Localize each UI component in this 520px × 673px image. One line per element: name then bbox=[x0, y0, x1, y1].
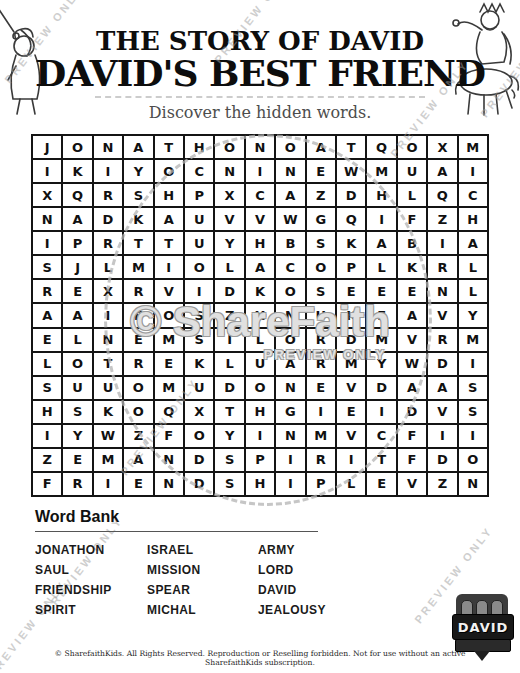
grid-cell: Z bbox=[32, 448, 62, 472]
grid-cell: V bbox=[427, 303, 457, 327]
word-bank-item: SPEAR bbox=[147, 580, 257, 600]
grid-cell: A bbox=[366, 231, 396, 255]
grid-cell: I bbox=[306, 400, 336, 424]
grid-cell: Y bbox=[214, 231, 244, 255]
grid-cell: R bbox=[306, 448, 336, 472]
grid-cell: Q bbox=[154, 400, 184, 424]
grid-cell: Z bbox=[214, 303, 244, 327]
grid-cell: I bbox=[93, 303, 123, 327]
grid-cell: N bbox=[245, 135, 275, 159]
grid-cell: R bbox=[123, 352, 153, 376]
grid-cell: X bbox=[32, 183, 62, 207]
grid-cell: V bbox=[427, 400, 457, 424]
grid-cell: I bbox=[427, 231, 457, 255]
grid-cell: Y bbox=[458, 303, 488, 327]
grid-cell: Y bbox=[214, 424, 244, 448]
grid-cell: L bbox=[93, 255, 123, 279]
grid-cell: L bbox=[336, 472, 366, 496]
badge-ribbon-tip bbox=[474, 651, 490, 661]
grid-cell: F bbox=[397, 424, 427, 448]
grid-cell: D bbox=[184, 448, 214, 472]
grid-cell: V bbox=[336, 376, 366, 400]
grid-cell: G bbox=[275, 400, 305, 424]
grid-cell: O bbox=[275, 279, 305, 303]
grid-cell: H bbox=[245, 231, 275, 255]
grid-cell: G bbox=[306, 207, 336, 231]
grid-cell: N bbox=[427, 279, 457, 303]
grid-cell: M bbox=[154, 328, 184, 352]
grid-cell: R bbox=[62, 472, 92, 496]
grid-cell: T bbox=[366, 448, 396, 472]
grid-cell: X bbox=[184, 400, 214, 424]
grid-cell: I bbox=[245, 424, 275, 448]
grid-cell: L bbox=[458, 255, 488, 279]
grid-cell: E bbox=[336, 279, 366, 303]
page-subtitle: Discover the hidden words. bbox=[0, 103, 520, 122]
grid-cell: A bbox=[62, 303, 92, 327]
grid-cell: S bbox=[32, 376, 62, 400]
grid-cell: M bbox=[458, 328, 488, 352]
grid-cell: Y bbox=[366, 352, 396, 376]
grid-cell: R bbox=[123, 279, 153, 303]
grid-cell: D bbox=[336, 183, 366, 207]
grid-cell: V bbox=[397, 472, 427, 496]
grid-cell: H bbox=[366, 183, 396, 207]
grid-cell: D bbox=[336, 328, 366, 352]
grid-cell: T bbox=[154, 135, 184, 159]
grid-cell: S bbox=[123, 183, 153, 207]
grid-cell: C bbox=[245, 183, 275, 207]
grid-cell: A bbox=[275, 183, 305, 207]
grid-cell: I bbox=[154, 255, 184, 279]
grid-cell: M bbox=[123, 255, 153, 279]
grid-cell: C bbox=[366, 424, 396, 448]
grid-cell: A bbox=[397, 303, 427, 327]
grid-cell: X bbox=[214, 183, 244, 207]
grid-cell: H bbox=[32, 400, 62, 424]
grid-cell: L bbox=[62, 328, 92, 352]
grid-cell: M bbox=[306, 424, 336, 448]
word-bank-heading: Word Bank bbox=[35, 508, 119, 526]
grid-cell: C bbox=[184, 159, 214, 183]
grid-cell: M bbox=[366, 159, 396, 183]
grid-cell: R bbox=[93, 231, 123, 255]
grid-cell: A bbox=[123, 448, 153, 472]
grid-cell: O bbox=[397, 135, 427, 159]
grid-cell: S bbox=[458, 376, 488, 400]
grid-cell: M bbox=[336, 352, 366, 376]
word-bank-rule bbox=[35, 531, 318, 532]
word-search-grid: JONATHONOATQOXMIKIYOCNINEWMUAIXQRSHPXCAZ… bbox=[31, 134, 489, 497]
grid-cell: I bbox=[458, 424, 488, 448]
grid-cell: V bbox=[154, 279, 184, 303]
grid-cell: X bbox=[427, 135, 457, 159]
grid-cell: S bbox=[62, 400, 92, 424]
badge-label: DAVID bbox=[458, 620, 509, 635]
grid-cell: Q bbox=[336, 207, 366, 231]
grid-cell: H bbox=[184, 135, 214, 159]
grid-cell: R bbox=[306, 352, 336, 376]
word-bank-item: FRIENDSHIP bbox=[35, 580, 145, 600]
grid-cell: X bbox=[245, 303, 275, 327]
grid-cell: N bbox=[93, 328, 123, 352]
grid-cell: V bbox=[336, 424, 366, 448]
grid-cell: K bbox=[93, 400, 123, 424]
grid-cell: P bbox=[336, 255, 366, 279]
grid-cell: I bbox=[458, 352, 488, 376]
dashed-divider bbox=[95, 96, 425, 98]
grid-cell: N bbox=[275, 303, 305, 327]
grid-cell: H bbox=[154, 183, 184, 207]
grid-cell: E bbox=[154, 352, 184, 376]
grid-cell: H bbox=[245, 472, 275, 496]
grid-cell: S bbox=[458, 400, 488, 424]
grid-cell: L bbox=[366, 255, 396, 279]
grid-cell: N bbox=[154, 472, 184, 496]
grid-cell: A bbox=[245, 255, 275, 279]
grid-cell: M bbox=[93, 448, 123, 472]
grid-cell: E bbox=[366, 279, 396, 303]
grid-cell: N bbox=[458, 472, 488, 496]
grid-cell: W bbox=[397, 352, 427, 376]
grid-cell: Q bbox=[62, 183, 92, 207]
grid-cell: B bbox=[275, 231, 305, 255]
grid-cell: X bbox=[93, 279, 123, 303]
grid-cell: N bbox=[214, 159, 244, 183]
grid-cell: V bbox=[214, 207, 244, 231]
grid-cell: R bbox=[32, 279, 62, 303]
grid-cell: P bbox=[184, 183, 214, 207]
grid-cell: O bbox=[245, 376, 275, 400]
grid-cell: C bbox=[458, 183, 488, 207]
grid-cell: A bbox=[427, 159, 457, 183]
grid-cell: V bbox=[245, 207, 275, 231]
grid-cell: E bbox=[123, 303, 153, 327]
grid-cell: L bbox=[32, 352, 62, 376]
grid-cell: O bbox=[123, 376, 153, 400]
word-bank-item: ISRAEL bbox=[147, 540, 257, 560]
grid-cell: T bbox=[214, 400, 244, 424]
grid-cell: E bbox=[397, 279, 427, 303]
grid-cell: K bbox=[184, 352, 214, 376]
grid-cell: W bbox=[93, 424, 123, 448]
grid-cell: A bbox=[458, 231, 488, 255]
grid-cell: U bbox=[184, 231, 214, 255]
grid-cell: S bbox=[32, 255, 62, 279]
word-bank-item: JONATHON bbox=[35, 540, 145, 560]
grid-cell: S bbox=[306, 279, 336, 303]
grid-cell: A bbox=[32, 303, 62, 327]
grid-cell: I bbox=[366, 207, 396, 231]
grid-cell: O bbox=[184, 424, 214, 448]
grid-cell: M bbox=[154, 376, 184, 400]
grid-cell: E bbox=[32, 328, 62, 352]
grid-cell: R bbox=[427, 255, 457, 279]
grid-cell: N bbox=[275, 376, 305, 400]
grid-cell: J bbox=[32, 135, 62, 159]
grid-cell: K bbox=[245, 279, 275, 303]
grid-cell: E bbox=[123, 472, 153, 496]
word-bank-column-2: ISRAEL MISSION SPEAR MICHAL bbox=[147, 540, 257, 620]
word-bank-column-3: ARMY LORD DAVID JEALOUSY bbox=[258, 540, 368, 620]
grid-cell: L bbox=[214, 352, 244, 376]
grid-cell: Q bbox=[366, 135, 396, 159]
grid-cell: V bbox=[397, 328, 427, 352]
grid-cell: E bbox=[366, 472, 396, 496]
grid-cell: T bbox=[123, 231, 153, 255]
grid-cell: N bbox=[154, 448, 184, 472]
grid-cell: U bbox=[184, 376, 214, 400]
grid-cell: D bbox=[214, 376, 244, 400]
grid-cell: I bbox=[366, 400, 396, 424]
grid-cell: U bbox=[306, 303, 336, 327]
grid-cell: L bbox=[245, 328, 275, 352]
grid-cell: L bbox=[214, 255, 244, 279]
grid-cell: L bbox=[458, 279, 488, 303]
grid-cell: I bbox=[275, 448, 305, 472]
grid-cell: K bbox=[123, 207, 153, 231]
grid-cell: I bbox=[32, 231, 62, 255]
grid-cell: R bbox=[93, 183, 123, 207]
grid-cell: Y bbox=[62, 424, 92, 448]
grid-cell: E bbox=[336, 400, 366, 424]
grid-cell: F bbox=[366, 303, 396, 327]
grid-cell: N bbox=[32, 207, 62, 231]
grid-cell: I bbox=[245, 159, 275, 183]
grid-cell: K bbox=[336, 303, 366, 327]
grid-cell: A bbox=[306, 135, 336, 159]
grid-cell: O bbox=[458, 448, 488, 472]
grid-cell: Z bbox=[306, 183, 336, 207]
grid-cell: E bbox=[123, 328, 153, 352]
grid-cell: W bbox=[336, 159, 366, 183]
grid-cell: P bbox=[245, 448, 275, 472]
word-bank-item: DAVID bbox=[258, 580, 368, 600]
grid-cell: F bbox=[397, 448, 427, 472]
grid-cell: O bbox=[62, 352, 92, 376]
word-bank-column-1: JONATHON SAUL FRIENDSHIP SPIRIT bbox=[35, 540, 145, 620]
grid-cell: B bbox=[397, 231, 427, 255]
grid-cell: M bbox=[458, 135, 488, 159]
grid-cell: D bbox=[214, 279, 244, 303]
grid-cell: I bbox=[458, 159, 488, 183]
badge-characters-icon bbox=[456, 594, 508, 616]
grid-cell: O bbox=[275, 135, 305, 159]
grid-cell: F bbox=[397, 207, 427, 231]
grid-cell: O bbox=[154, 303, 184, 327]
word-bank-item: SAUL bbox=[35, 560, 145, 580]
word-bank-item: SPIRIT bbox=[35, 600, 145, 620]
grid-cell: J bbox=[62, 255, 92, 279]
grid-cell: E bbox=[306, 159, 336, 183]
grid-cell: A bbox=[154, 207, 184, 231]
grid-cell: I bbox=[336, 448, 366, 472]
grid-cell: K bbox=[62, 159, 92, 183]
grid-cell: D bbox=[427, 448, 457, 472]
grid-cell: I bbox=[32, 424, 62, 448]
david-series-badge: DAVID bbox=[452, 594, 512, 664]
grid-cell: S bbox=[214, 448, 244, 472]
badge-ribbon bbox=[455, 639, 511, 652]
grid-cell: R bbox=[427, 328, 457, 352]
grid-cell: I bbox=[214, 328, 244, 352]
grid-cell: S bbox=[184, 303, 214, 327]
grid-cell: I bbox=[93, 159, 123, 183]
grid-cell: H bbox=[245, 400, 275, 424]
grid-cell: D bbox=[184, 472, 214, 496]
grid-cell: A bbox=[427, 376, 457, 400]
grid-cell: K bbox=[336, 231, 366, 255]
grid-cell: I bbox=[275, 472, 305, 496]
word-bank-item: LORD bbox=[258, 560, 368, 580]
word-bank-item: ARMY bbox=[258, 540, 368, 560]
grid-cell: M bbox=[366, 328, 396, 352]
grid-cell: A bbox=[397, 376, 427, 400]
grid-cell: R bbox=[306, 328, 336, 352]
grid-cell: D bbox=[427, 352, 457, 376]
grid-cell: A bbox=[123, 135, 153, 159]
grid-cell: O bbox=[184, 255, 214, 279]
grid-cell: E bbox=[62, 279, 92, 303]
grid-cell: U bbox=[62, 376, 92, 400]
grid-cell: I bbox=[32, 159, 62, 183]
grid-cell: Z bbox=[123, 424, 153, 448]
page-title-line2: DAVID'S BEST FRIEND bbox=[0, 52, 520, 94]
grid-cell: S bbox=[214, 472, 244, 496]
grid-cell: I bbox=[427, 424, 457, 448]
grid-cell: T bbox=[93, 352, 123, 376]
grid-cell: U bbox=[184, 207, 214, 231]
grid-cell: P bbox=[62, 231, 92, 255]
grid-cell: A bbox=[62, 207, 92, 231]
grid-cell: D bbox=[93, 207, 123, 231]
grid-cell: U bbox=[93, 376, 123, 400]
grid-cell: O bbox=[154, 159, 184, 183]
grid-cell: S bbox=[184, 328, 214, 352]
grid-cell: U bbox=[245, 352, 275, 376]
grid-cell: A bbox=[275, 352, 305, 376]
grid-cell: O bbox=[214, 135, 244, 159]
grid-cell: D bbox=[366, 376, 396, 400]
copyright-footer: © SharefaithKids. All Rights Reserved. R… bbox=[40, 649, 480, 667]
grid-cell: H bbox=[458, 207, 488, 231]
grid-cell: S bbox=[306, 231, 336, 255]
grid-cell: U bbox=[397, 159, 427, 183]
grid-cell: Q bbox=[427, 183, 457, 207]
grid-cell: T bbox=[336, 135, 366, 159]
grid-cell: D bbox=[397, 400, 427, 424]
grid-cell: O bbox=[306, 255, 336, 279]
grid-cell: I bbox=[184, 279, 214, 303]
grid-cell: O bbox=[123, 400, 153, 424]
grid-cell: Z bbox=[427, 472, 457, 496]
grid-cell: Y bbox=[123, 159, 153, 183]
grid-cell: E bbox=[62, 448, 92, 472]
grid-cell: K bbox=[397, 255, 427, 279]
grid-cell: F bbox=[154, 424, 184, 448]
grid-cell: I bbox=[93, 472, 123, 496]
grid-cell: Z bbox=[427, 207, 457, 231]
grid-cell: N bbox=[93, 135, 123, 159]
grid-cell: N bbox=[275, 424, 305, 448]
grid-cell: T bbox=[154, 231, 184, 255]
grid-cell: W bbox=[275, 207, 305, 231]
grid-cell: L bbox=[397, 183, 427, 207]
grid-cell: P bbox=[306, 472, 336, 496]
word-bank-item: JEALOUSY bbox=[258, 600, 368, 620]
grid-cell: C bbox=[275, 255, 305, 279]
grid-cell: E bbox=[306, 376, 336, 400]
grid-cell: N bbox=[275, 159, 305, 183]
grid-cell: F bbox=[32, 472, 62, 496]
word-bank-item: MISSION bbox=[147, 560, 257, 580]
word-bank-item: MICHAL bbox=[147, 600, 257, 620]
grid-cell: O bbox=[62, 135, 92, 159]
grid-cell: O bbox=[275, 328, 305, 352]
